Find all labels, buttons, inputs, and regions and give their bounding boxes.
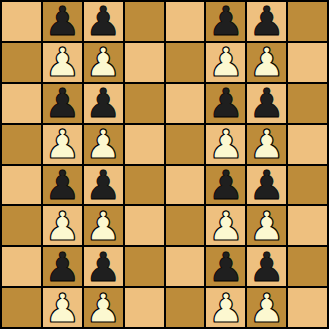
square-f1[interactable]: ♟: [206, 288, 245, 327]
square-g8[interactable]: ♟: [247, 2, 286, 41]
square-g7[interactable]: ♟: [247, 43, 286, 82]
square-h6[interactable]: [288, 84, 327, 123]
black-pawn[interactable]: ♟: [44, 2, 80, 41]
square-e3[interactable]: [166, 206, 205, 245]
black-pawn[interactable]: ♟: [208, 84, 244, 123]
square-c2[interactable]: ♟: [84, 247, 123, 286]
square-g6[interactable]: ♟: [247, 84, 286, 123]
black-pawn[interactable]: ♟: [208, 166, 244, 205]
square-f8[interactable]: ♟: [206, 2, 245, 41]
white-pawn[interactable]: ♟: [44, 206, 80, 245]
black-pawn[interactable]: ♟: [85, 166, 121, 205]
square-e2[interactable]: [166, 247, 205, 286]
black-pawn[interactable]: ♟: [249, 2, 285, 41]
square-h8[interactable]: [288, 2, 327, 41]
black-pawn[interactable]: ♟: [249, 84, 285, 123]
square-c4[interactable]: ♟: [84, 166, 123, 205]
square-c7[interactable]: ♟: [84, 43, 123, 82]
square-e4[interactable]: [166, 166, 205, 205]
square-h7[interactable]: [288, 43, 327, 82]
square-d5[interactable]: [125, 125, 164, 164]
square-d8[interactable]: [125, 2, 164, 41]
square-f5[interactable]: ♟: [206, 125, 245, 164]
square-a6[interactable]: [2, 84, 41, 123]
square-g3[interactable]: ♟: [247, 206, 286, 245]
square-b4[interactable]: ♟: [43, 166, 82, 205]
square-f6[interactable]: ♟: [206, 84, 245, 123]
black-pawn[interactable]: ♟: [85, 84, 121, 123]
square-f4[interactable]: ♟: [206, 166, 245, 205]
square-c3[interactable]: ♟: [84, 206, 123, 245]
black-pawn[interactable]: ♟: [85, 2, 121, 41]
black-pawn[interactable]: ♟: [208, 2, 244, 41]
black-pawn[interactable]: ♟: [44, 247, 80, 286]
white-pawn[interactable]: ♟: [208, 288, 244, 327]
square-a2[interactable]: [2, 247, 41, 286]
white-pawn[interactable]: ♟: [249, 43, 285, 82]
black-pawn[interactable]: ♟: [208, 247, 244, 286]
square-c8[interactable]: ♟: [84, 2, 123, 41]
white-pawn[interactable]: ♟: [44, 288, 80, 327]
square-e1[interactable]: [166, 288, 205, 327]
square-c6[interactable]: ♟: [84, 84, 123, 123]
black-pawn[interactable]: ♟: [44, 166, 80, 205]
square-g2[interactable]: ♟: [247, 247, 286, 286]
black-pawn[interactable]: ♟: [44, 84, 80, 123]
white-pawn[interactable]: ♟: [44, 43, 80, 82]
square-d1[interactable]: [125, 288, 164, 327]
square-a7[interactable]: [2, 43, 41, 82]
square-h5[interactable]: [288, 125, 327, 164]
square-h2[interactable]: [288, 247, 327, 286]
square-f7[interactable]: ♟: [206, 43, 245, 82]
square-b6[interactable]: ♟: [43, 84, 82, 123]
square-g1[interactable]: ♟: [247, 288, 286, 327]
chess-board: ♟♟♟♟♟♟♟♟♟♟♟♟♟♟♟♟♟♟♟♟♟♟♟♟♟♟♟♟♟♟♟♟: [0, 0, 329, 329]
white-pawn[interactable]: ♟: [208, 206, 244, 245]
square-f3[interactable]: ♟: [206, 206, 245, 245]
white-pawn[interactable]: ♟: [208, 43, 244, 82]
square-b5[interactable]: ♟: [43, 125, 82, 164]
square-c1[interactable]: ♟: [84, 288, 123, 327]
square-a3[interactable]: [2, 206, 41, 245]
square-e6[interactable]: [166, 84, 205, 123]
square-d4[interactable]: [125, 166, 164, 205]
black-pawn[interactable]: ♟: [249, 166, 285, 205]
square-d7[interactable]: [125, 43, 164, 82]
white-pawn[interactable]: ♟: [208, 125, 244, 164]
white-pawn[interactable]: ♟: [85, 43, 121, 82]
square-a5[interactable]: [2, 125, 41, 164]
square-b8[interactable]: ♟: [43, 2, 82, 41]
square-h4[interactable]: [288, 166, 327, 205]
square-d2[interactable]: [125, 247, 164, 286]
square-g4[interactable]: ♟: [247, 166, 286, 205]
square-b3[interactable]: ♟: [43, 206, 82, 245]
square-b2[interactable]: ♟: [43, 247, 82, 286]
square-b1[interactable]: ♟: [43, 288, 82, 327]
square-e5[interactable]: [166, 125, 205, 164]
white-pawn[interactable]: ♟: [85, 288, 121, 327]
square-a4[interactable]: [2, 166, 41, 205]
square-d6[interactable]: [125, 84, 164, 123]
white-pawn[interactable]: ♟: [85, 125, 121, 164]
square-e7[interactable]: [166, 43, 205, 82]
black-pawn[interactable]: ♟: [85, 247, 121, 286]
square-h3[interactable]: [288, 206, 327, 245]
white-pawn[interactable]: ♟: [249, 206, 285, 245]
white-pawn[interactable]: ♟: [85, 206, 121, 245]
square-h1[interactable]: [288, 288, 327, 327]
square-f2[interactable]: ♟: [206, 247, 245, 286]
square-d3[interactable]: [125, 206, 164, 245]
white-pawn[interactable]: ♟: [249, 288, 285, 327]
white-pawn[interactable]: ♟: [249, 125, 285, 164]
square-e8[interactable]: [166, 2, 205, 41]
square-a1[interactable]: [2, 288, 41, 327]
square-c5[interactable]: ♟: [84, 125, 123, 164]
square-b7[interactable]: ♟: [43, 43, 82, 82]
white-pawn[interactable]: ♟: [44, 125, 80, 164]
square-g5[interactable]: ♟: [247, 125, 286, 164]
black-pawn[interactable]: ♟: [249, 247, 285, 286]
square-a8[interactable]: [2, 2, 41, 41]
